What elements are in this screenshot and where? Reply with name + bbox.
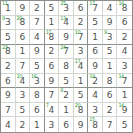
cell-r5c8[interactable]: 1 — [103, 59, 118, 74]
cell-r5c5[interactable]: 8 — [59, 59, 74, 74]
cell-r1c3[interactable]: 2 — [30, 1, 45, 16]
cell-digit: 3 — [92, 106, 98, 115]
cell-r4c3[interactable]: 9 — [30, 45, 45, 60]
cage-sum: 25 — [60, 1, 65, 6]
cell-digit: 6 — [5, 77, 11, 86]
cell-r3c1[interactable]: 5 — [1, 30, 16, 45]
cell-r9c8[interactable]: 7 — [103, 117, 118, 132]
cell-r4c9[interactable]: 4 — [117, 45, 132, 60]
cell-digit: 1 — [34, 121, 40, 130]
cell-r6c3[interactable]: 163 — [30, 74, 45, 89]
cell-digit: 3 — [5, 18, 11, 27]
cell-r7c1[interactable]: 9 — [1, 88, 16, 103]
cell-r3c3[interactable]: 4 — [30, 30, 45, 45]
cell-r5c1[interactable]: 2 — [1, 59, 16, 74]
cell-r8c8[interactable]: 2 — [103, 103, 118, 118]
cell-r7c3[interactable]: 8 — [30, 88, 45, 103]
cell-digit: 2 — [49, 47, 55, 56]
cell-r7c9[interactable]: 1 — [117, 88, 132, 103]
cell-digit: 9 — [63, 33, 69, 42]
cell-r3c2[interactable]: 6 — [16, 30, 31, 45]
cell-r3c4[interactable]: 178 — [45, 30, 60, 45]
cage-sum: 17 — [75, 59, 80, 64]
cell-digit: 1 — [49, 18, 55, 27]
cell-r6c6[interactable]: 1 — [74, 74, 89, 89]
cell-digit: 8 — [107, 77, 113, 86]
cell-digit: 5 — [34, 62, 40, 71]
cell-digit: 7 — [49, 91, 55, 100]
cell-r9c1[interactable]: 4 — [1, 117, 16, 132]
cell-r7c8[interactable]: 6 — [103, 88, 118, 103]
cell-r6c2[interactable]: 104 — [16, 74, 31, 89]
cell-r3c9[interactable]: 2 — [117, 30, 132, 45]
cell-digit: 5 — [49, 4, 55, 13]
cell-r8c2[interactable]: 5 — [16, 103, 31, 118]
cell-r3c7[interactable]: 1 — [88, 30, 103, 45]
cell-digit: 3 — [19, 91, 25, 100]
cage-sum: 9 — [2, 16, 5, 21]
cell-digit: 3 — [122, 62, 128, 71]
cage-sum: 11 — [2, 1, 7, 6]
cage-sum: 23 — [2, 45, 7, 50]
cell-digit: 1 — [63, 106, 69, 115]
cell-r7c2[interactable]: 3 — [16, 88, 31, 103]
cell-r7c6[interactable]: 5 — [74, 88, 89, 103]
cell-r2c8[interactable]: 9 — [103, 16, 118, 31]
cell-digit: 7 — [34, 18, 40, 27]
cell-r9c5[interactable]: 6 — [59, 117, 74, 132]
cell-r1c1[interactable]: 111 — [1, 1, 16, 16]
cell-r2c5[interactable]: 134 — [59, 16, 74, 31]
cell-r5c4[interactable]: 6 — [45, 59, 60, 74]
cage-sum: 10 — [75, 30, 80, 35]
cell-r1c4[interactable]: 5 — [45, 1, 60, 16]
cell-digit: 1 — [92, 33, 98, 42]
cell-r4c1[interactable]: 238 — [1, 45, 16, 60]
cell-digit: 9 — [49, 77, 55, 86]
cell-digit: 9 — [107, 18, 113, 27]
cell-r2c9[interactable]: 6 — [117, 16, 132, 31]
cell-digit: 5 — [19, 106, 25, 115]
cell-digit: 6 — [34, 106, 40, 115]
cell-digit: 8 — [34, 91, 40, 100]
cell-digit: 7 — [19, 62, 25, 71]
cell-r2c4[interactable]: 1 — [45, 16, 60, 31]
cell-r2c1[interactable]: 93 — [1, 16, 16, 31]
cell-r7c7[interactable]: 4 — [88, 88, 103, 103]
cell-r7c5[interactable]: 82 — [59, 88, 74, 103]
cell-digit: 2 — [19, 121, 25, 130]
cell-digit: 1 — [78, 77, 84, 86]
cell-digit: 6 — [63, 121, 69, 130]
cage-sum: 24 — [60, 45, 65, 50]
cell-r8c6[interactable]: 208 — [74, 103, 89, 118]
cell-digit: 6 — [19, 33, 25, 42]
cell-r8c3[interactable]: 6 — [30, 103, 45, 118]
cell-r4c4[interactable]: 2 — [45, 45, 60, 60]
cell-digit: 6 — [122, 18, 128, 27]
cell-digit: 5 — [63, 77, 69, 86]
cell-r9c3[interactable]: 1 — [30, 117, 45, 132]
cell-r4c6[interactable]: 3 — [74, 45, 89, 60]
cell-digit: 1 — [19, 47, 25, 56]
cage-sum: 13 — [60, 16, 65, 21]
cell-digit: 6 — [92, 47, 98, 56]
cage-sum: 14 — [118, 103, 123, 108]
cell-digit: 2 — [34, 4, 40, 13]
cell-r7c4[interactable]: 7 — [45, 88, 60, 103]
cell-r4c2[interactable]: 1 — [16, 45, 31, 60]
cell-r9c7[interactable]: 158 — [88, 117, 103, 132]
cell-digit: 2 — [122, 33, 128, 42]
cell-digit: 2 — [78, 18, 84, 27]
cell-digit: 6 — [78, 4, 84, 13]
cell-r1c5[interactable]: 253 — [59, 1, 74, 16]
cage-sum: 20 — [17, 16, 22, 21]
cell-r9c6[interactable]: 9 — [74, 117, 89, 132]
cell-digit: 4 — [92, 91, 98, 100]
cage-sum: 17 — [89, 1, 94, 6]
cell-digit: 9 — [92, 62, 98, 71]
cell-r1c9[interactable]: 148 — [117, 1, 132, 16]
cell-r6c5[interactable]: 5 — [59, 74, 74, 89]
cell-digit: 9 — [5, 91, 11, 100]
cell-r5c6[interactable]: 174 — [74, 59, 89, 74]
cell-r3c6[interactable]: 107 — [74, 30, 89, 45]
cell-r1c8[interactable]: 4 — [103, 1, 118, 16]
cell-r5c7[interactable]: 9 — [88, 59, 103, 74]
cell-r6c8[interactable]: 8 — [103, 74, 118, 89]
cell-r3c5[interactable]: 9 — [59, 30, 74, 45]
cell-r1c7[interactable]: 177 — [88, 1, 103, 16]
cell-r8c9[interactable]: 149 — [117, 103, 132, 118]
cage-sum: 17 — [46, 30, 51, 35]
cell-digit: 4 — [5, 121, 11, 130]
cell-digit: 5 — [92, 18, 98, 27]
cage-sum: 20 — [75, 103, 80, 108]
cell-r1c6[interactable]: 6 — [74, 1, 89, 16]
cell-r5c2[interactable]: 7 — [16, 59, 31, 74]
cell-r9c9[interactable]: 5 — [117, 117, 132, 132]
cell-r1c2[interactable]: 9 — [16, 1, 31, 16]
cell-digit: 2 — [63, 91, 69, 100]
cage-sum: 16 — [31, 74, 36, 79]
cell-r4c8[interactable]: 5 — [103, 45, 118, 60]
cell-digit: 4 — [34, 33, 40, 42]
cell-digit: 6 — [49, 62, 55, 71]
cell-digit: 4 — [49, 106, 55, 115]
cell-digit: 8 — [63, 62, 69, 71]
cell-digit: 5 — [78, 91, 84, 100]
cell-digit: 2 — [5, 62, 11, 71]
cell-digit: 3 — [49, 121, 55, 130]
cell-digit: 9 — [78, 121, 84, 130]
cell-digit: 1 — [107, 62, 113, 71]
cell-r8c5[interactable]: 1 — [59, 103, 74, 118]
cell-r6c1[interactable]: 6 — [1, 74, 16, 89]
cell-r2c3[interactable]: 7 — [30, 16, 45, 31]
cell-r3c8[interactable]: 93 — [103, 30, 118, 45]
cell-digit: 3 — [107, 33, 113, 42]
cell-r2c7[interactable]: 5 — [88, 16, 103, 31]
cell-digit: 7 — [107, 121, 113, 130]
cell-r5c9[interactable]: 3 — [117, 59, 132, 74]
cell-r2c2[interactable]: 208 — [16, 16, 31, 31]
cell-r6c7[interactable]: 192 — [88, 74, 103, 89]
cell-r9c2[interactable]: 2 — [16, 117, 31, 132]
cell-r6c4[interactable]: 9 — [45, 74, 60, 89]
cage-sum: 14 — [118, 74, 123, 79]
cell-r8c4[interactable]: 74 — [45, 103, 60, 118]
cell-digit: 6 — [107, 91, 113, 100]
cell-r2c6[interactable]: 2 — [74, 16, 89, 31]
cell-digit: 4 — [107, 4, 113, 13]
cell-r6c9[interactable]: 147 — [117, 74, 132, 89]
cell-r4c5[interactable]: 247 — [59, 45, 74, 60]
cage-sum: 7 — [46, 103, 49, 108]
cell-digit: 3 — [78, 47, 84, 56]
cage-sum: 15 — [89, 117, 94, 122]
cell-digit: 9 — [34, 47, 40, 56]
cell-r5c3[interactable]: 5 — [30, 59, 45, 74]
cage-sum: 10 — [17, 74, 22, 79]
cell-r8c1[interactable]: 7 — [1, 103, 16, 118]
cell-digit: 9 — [19, 4, 25, 13]
cell-digit: 4 — [122, 47, 128, 56]
cell-digit: 7 — [5, 106, 11, 115]
cell-r9c4[interactable]: 3 — [45, 117, 60, 132]
cell-digit: 5 — [5, 33, 11, 42]
cage-sum: 19 — [89, 74, 94, 79]
cell-digit: 5 — [122, 121, 128, 130]
cell-digit: 2 — [107, 106, 113, 115]
cage-sum: 14 — [118, 1, 123, 6]
sudoku-board: 1119252536177414893208711342596564178910… — [0, 0, 133, 133]
cell-r4c7[interactable]: 6 — [88, 45, 103, 60]
cell-digit: 5 — [107, 47, 113, 56]
cage-sum: 8 — [60, 88, 63, 93]
cell-digit: 1 — [122, 91, 128, 100]
cage-sum: 9 — [104, 30, 107, 35]
cell-r8c7[interactable]: 3 — [88, 103, 103, 118]
